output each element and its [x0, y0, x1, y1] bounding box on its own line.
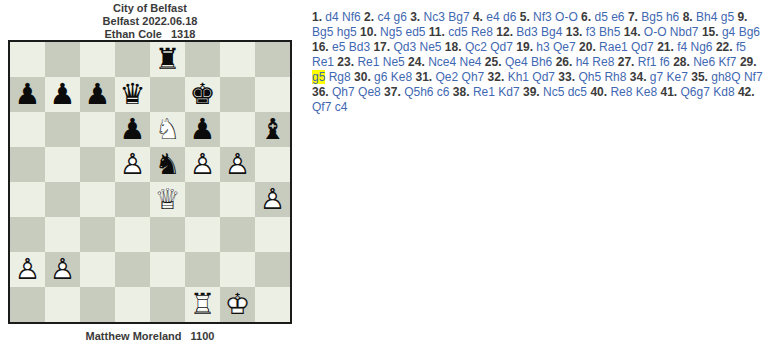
- black-move-31[interactable]: Qh7: [462, 70, 485, 84]
- black-move-37[interactable]: c6: [437, 85, 450, 99]
- white-rook-piece: ♜♖: [185, 287, 220, 322]
- move-number: 37.: [384, 85, 401, 99]
- black-move-25[interactable]: Bh6: [531, 55, 552, 69]
- white-player-rating: 1100: [191, 330, 215, 342]
- white-move-19[interactable]: h3: [536, 40, 549, 54]
- move-number: 33.: [558, 70, 575, 84]
- square-h8: [255, 42, 290, 77]
- square-a6: [10, 112, 45, 147]
- white-move-21[interactable]: f4: [677, 40, 687, 54]
- white-move-24[interactable]: Nce4: [428, 55, 456, 69]
- black-move-11[interactable]: Re8: [471, 25, 493, 39]
- move-list: 1. d4 Nf6 2. c4 g6 3. Nc3 Bg7 4. e4 d6 5…: [312, 10, 764, 115]
- white-move-34[interactable]: g7: [650, 70, 663, 84]
- move-number: 20.: [579, 40, 596, 54]
- white-move-23[interactable]: Re1: [357, 55, 379, 69]
- white-knight-piece: ♞♘: [150, 112, 185, 147]
- white-player-line: Matthew Moreland1100: [8, 330, 292, 342]
- square-f1: ♜♖: [185, 287, 220, 322]
- white-move-26[interactable]: h4: [576, 55, 589, 69]
- square-d6: ♟: [115, 112, 150, 147]
- move-number: 29.: [740, 55, 757, 69]
- black-move-26[interactable]: Re8: [592, 55, 614, 69]
- move-number: 3.: [410, 10, 420, 24]
- white-move-13[interactable]: f3: [586, 25, 596, 39]
- square-a5: [10, 147, 45, 182]
- move-number: 7.: [628, 10, 638, 24]
- move-number: 32.: [488, 70, 505, 84]
- square-h7: [255, 77, 290, 112]
- black-move-1[interactable]: Nf6: [342, 10, 361, 24]
- white-king-piece: ♚♔: [220, 287, 255, 322]
- black-pawn-piece: ♟: [115, 112, 150, 147]
- move-number: 11.: [429, 25, 445, 39]
- black-player-name: Ethan Cole: [105, 28, 162, 40]
- square-e3: [150, 217, 185, 252]
- square-c5: [80, 147, 115, 182]
- square-e8: ♜: [150, 42, 185, 77]
- black-move-36[interactable]: Qe8: [358, 85, 381, 99]
- move-number: 38.: [453, 85, 470, 99]
- white-move-41[interactable]: Q6g7: [681, 85, 710, 99]
- move-number: 12.: [496, 25, 513, 39]
- square-g3: [220, 217, 255, 252]
- square-f2: [185, 252, 220, 287]
- move-number: 5.: [520, 10, 530, 24]
- white-move-7[interactable]: Bg5: [641, 10, 662, 24]
- move-number: 21.: [657, 40, 674, 54]
- black-queen-piece: ♛: [115, 77, 150, 112]
- black-move-9[interactable]: hg5: [337, 25, 357, 39]
- move-number: 1.: [312, 10, 322, 24]
- black-move-38[interactable]: Kd7: [498, 85, 519, 99]
- black-move-12[interactable]: Bg4: [541, 25, 562, 39]
- black-move-33[interactable]: Rh8: [604, 70, 626, 84]
- black-pawn-piece: ♟: [185, 112, 220, 147]
- black-move-35[interactable]: Nf7: [744, 70, 763, 84]
- move-number: 14.: [624, 25, 641, 39]
- square-d7: ♛: [115, 77, 150, 112]
- white-move-31[interactable]: Qe2: [436, 70, 459, 84]
- square-b1: [45, 287, 80, 322]
- black-move-22[interactable]: Re1: [312, 55, 334, 69]
- square-h6: ♝: [255, 112, 290, 147]
- white-move-35[interactable]: gh8Q: [711, 70, 740, 84]
- black-move-13[interactable]: Bh5: [599, 25, 620, 39]
- square-g4: [220, 182, 255, 217]
- black-pawn-piece: ♟: [10, 77, 45, 112]
- square-c4: [80, 182, 115, 217]
- black-pawn-piece: ♟: [45, 77, 80, 112]
- black-move-29[interactable]: Rg8: [329, 70, 351, 84]
- square-f3: [185, 217, 220, 252]
- game-header: City of Belfast Belfast 2022.06.18 Ethan…: [8, 2, 292, 41]
- move-number: 15.: [702, 25, 719, 39]
- black-move-30[interactable]: Ke8: [391, 70, 412, 84]
- black-move-34[interactable]: Ke7: [667, 70, 688, 84]
- square-b2: ♟♙: [45, 252, 80, 287]
- white-move-36[interactable]: Qh7: [332, 85, 355, 99]
- white-move-33[interactable]: Qh5: [578, 70, 601, 84]
- black-move-7[interactable]: h6: [666, 10, 679, 24]
- white-move-10[interactable]: Ng5: [380, 25, 402, 39]
- square-a7: ♟: [10, 77, 45, 112]
- black-bishop-piece: ♝: [255, 112, 290, 147]
- square-e4: ♛♕: [150, 182, 185, 217]
- square-b8: [45, 42, 80, 77]
- black-move-42[interactable]: c4: [335, 100, 348, 114]
- square-c2: [80, 252, 115, 287]
- black-move-40[interactable]: Ke8: [636, 85, 657, 99]
- black-move-4[interactable]: d6: [503, 10, 516, 24]
- black-move-16[interactable]: Bd3: [349, 40, 370, 54]
- square-h4: ♟♙: [255, 182, 290, 217]
- square-f6: ♟: [185, 112, 220, 147]
- white-move-40[interactable]: Re8: [610, 85, 632, 99]
- white-move-3[interactable]: Nc3: [424, 10, 445, 24]
- white-move-37[interactable]: Q5h6: [404, 85, 433, 99]
- black-move-8[interactable]: g5: [721, 10, 734, 24]
- square-f7: ♚: [185, 77, 220, 112]
- square-c3: [80, 217, 115, 252]
- white-move-22[interactable]: f5: [736, 40, 746, 54]
- move-number: 31.: [416, 70, 433, 84]
- square-d3: [115, 217, 150, 252]
- square-a4: [10, 182, 45, 217]
- black-move-10[interactable]: ed5: [405, 25, 425, 39]
- square-h3: [255, 217, 290, 252]
- black-move-17[interactable]: Ne5: [420, 40, 442, 54]
- square-h2: [255, 252, 290, 287]
- white-move-11[interactable]: cd5: [448, 25, 467, 39]
- white-player-name: Matthew Moreland: [86, 330, 182, 342]
- white-pawn-piece: ♟♙: [255, 182, 290, 217]
- square-b6: [45, 112, 80, 147]
- square-h1: [255, 287, 290, 322]
- square-d8: [115, 42, 150, 77]
- black-rook-piece: ♜: [150, 42, 185, 77]
- black-move-14[interactable]: Nbd7: [670, 25, 699, 39]
- white-queen-piece: ♛♕: [150, 182, 185, 217]
- move-number: 16.: [312, 40, 329, 54]
- white-move-14[interactable]: O-O: [644, 25, 667, 39]
- black-move-39[interactable]: dc5: [568, 85, 587, 99]
- white-move-30[interactable]: g6: [374, 70, 387, 84]
- black-move-19[interactable]: Qe7: [553, 40, 576, 54]
- square-c8: [80, 42, 115, 77]
- square-d2: [115, 252, 150, 287]
- square-b5: [45, 147, 80, 182]
- black-move-41[interactable]: Kd8: [713, 85, 734, 99]
- square-g8: [220, 42, 255, 77]
- white-move-39[interactable]: Nc5: [543, 85, 564, 99]
- move-number: 22.: [716, 40, 733, 54]
- move-number: 41.: [660, 85, 677, 99]
- move-number: 30.: [354, 70, 371, 84]
- move-number: 8.: [683, 10, 693, 24]
- move-number: 18.: [445, 40, 462, 54]
- square-g2: [220, 252, 255, 287]
- square-c1: [80, 287, 115, 322]
- event-site-date: Belfast 2022.06.18: [8, 15, 292, 28]
- white-pawn-piece: ♟♙: [115, 147, 150, 182]
- black-move-27[interactable]: f6: [660, 55, 670, 69]
- move-number: 23.: [337, 55, 354, 69]
- black-move-18[interactable]: Qd7: [490, 40, 513, 54]
- move-number: 2.: [364, 10, 374, 24]
- black-move-21[interactable]: Ng6: [691, 40, 713, 54]
- black-move-3[interactable]: Bg7: [448, 10, 469, 24]
- square-f8: [185, 42, 220, 77]
- white-move-18[interactable]: Qc2: [465, 40, 487, 54]
- white-move-28[interactable]: Ne6: [693, 55, 715, 69]
- square-g6: [220, 112, 255, 147]
- white-move-29[interactable]: g5: [312, 70, 325, 84]
- move-number: 9.: [737, 10, 747, 24]
- white-move-15[interactable]: g4: [722, 25, 735, 39]
- move-number: 4.: [473, 10, 483, 24]
- square-b4: [45, 182, 80, 217]
- move-number: 10.: [360, 25, 377, 39]
- move-number: 13.: [566, 25, 583, 39]
- white-pawn-piece: ♟♙: [185, 147, 220, 182]
- move-number: 40.: [590, 85, 607, 99]
- square-a1: [10, 287, 45, 322]
- white-move-16[interactable]: e5: [332, 40, 345, 54]
- white-move-32[interactable]: Kh1: [508, 70, 529, 84]
- square-h5: [255, 147, 290, 182]
- white-move-42[interactable]: Qf7: [312, 100, 331, 114]
- white-move-20[interactable]: Rae1: [599, 40, 628, 54]
- black-knight-piece: ♞: [150, 147, 185, 182]
- move-number: 36.: [312, 85, 329, 99]
- black-move-28[interactable]: Kf7: [719, 55, 737, 69]
- square-b7: ♟: [45, 77, 80, 112]
- move-number: 27.: [618, 55, 635, 69]
- white-move-38[interactable]: Re1: [473, 85, 495, 99]
- black-move-20[interactable]: Qd7: [631, 40, 654, 54]
- move-number: 17.: [373, 40, 390, 54]
- black-move-2[interactable]: g6: [393, 10, 406, 24]
- square-b3: [45, 217, 80, 252]
- square-f5: ♟♙: [185, 147, 220, 182]
- square-d1: [115, 287, 150, 322]
- square-e2: [150, 252, 185, 287]
- white-move-9[interactable]: Bg5: [312, 25, 333, 39]
- square-f4: [185, 182, 220, 217]
- square-g7: [220, 77, 255, 112]
- move-number: 34.: [630, 70, 647, 84]
- white-move-6[interactable]: d5: [594, 10, 607, 24]
- black-king-piece: ♚: [185, 77, 220, 112]
- white-move-17[interactable]: Qd3: [393, 40, 416, 54]
- move-number: 26.: [556, 55, 573, 69]
- event-name: City of Belfast: [8, 2, 292, 15]
- white-pawn-piece: ♟♙: [10, 252, 45, 287]
- white-move-8[interactable]: Bh4: [696, 10, 717, 24]
- move-number: 35.: [691, 70, 708, 84]
- white-move-4[interactable]: e4: [486, 10, 499, 24]
- black-pawn-piece: ♟: [80, 77, 115, 112]
- square-c6: [80, 112, 115, 147]
- black-move-24[interactable]: Ne4: [460, 55, 482, 69]
- white-move-1[interactable]: d4: [325, 10, 338, 24]
- square-d4: [115, 182, 150, 217]
- move-number: 39.: [523, 85, 540, 99]
- square-g5: ♟♙: [220, 147, 255, 182]
- black-move-23[interactable]: Ne5: [383, 55, 405, 69]
- black-player-rating: 1318: [171, 28, 195, 40]
- move-number: 25.: [485, 55, 502, 69]
- white-pawn-piece: ♟♙: [45, 252, 80, 287]
- square-e1: [150, 287, 185, 322]
- black-move-6[interactable]: e6: [611, 10, 624, 24]
- black-move-32[interactable]: Qd7: [532, 70, 555, 84]
- square-a3: [10, 217, 45, 252]
- square-a8: [10, 42, 45, 77]
- white-move-12[interactable]: Bd3: [516, 25, 537, 39]
- move-number: 19.: [516, 40, 533, 54]
- black-move-5[interactable]: O-O: [555, 10, 578, 24]
- white-move-5[interactable]: Nf3: [533, 10, 552, 24]
- square-e7: [150, 77, 185, 112]
- square-g1: ♚♔: [220, 287, 255, 322]
- move-number: 28.: [673, 55, 690, 69]
- square-e5: ♞: [150, 147, 185, 182]
- black-move-15[interactable]: Bg6: [739, 25, 760, 39]
- move-number: 42.: [738, 85, 755, 99]
- square-d5: ♟♙: [115, 147, 150, 182]
- move-number: 24.: [408, 55, 425, 69]
- white-move-2[interactable]: c4: [377, 10, 390, 24]
- white-move-25[interactable]: Qe4: [505, 55, 528, 69]
- chess-board: ♜♟♟♟♛♚♟♞♘♟♝♟♙♞♟♙♟♙♛♕♟♙♟♙♟♙♜♖♚♔: [8, 40, 292, 324]
- white-move-27[interactable]: Rf1: [638, 55, 657, 69]
- square-c7: ♟: [80, 77, 115, 112]
- white-pawn-piece: ♟♙: [220, 147, 255, 182]
- square-e6: ♞♘: [150, 112, 185, 147]
- move-number: 6.: [581, 10, 591, 24]
- square-a2: ♟♙: [10, 252, 45, 287]
